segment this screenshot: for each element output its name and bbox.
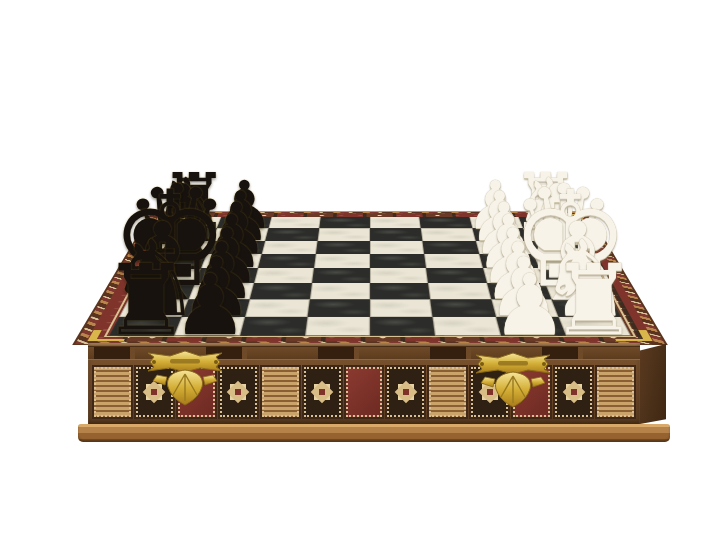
chess-set-photo: ♜♞♝♛♚♝♞♜♟♟♟♟♟♟♟♟♟♟♟♟♟♟♟♟♜♞♝♛♚♝♞♜: [0, 0, 720, 540]
pieces-layer: ♜♞♝♛♚♝♞♜♟♟♟♟♟♟♟♟♟♟♟♟♟♟♟♟♜♞♝♛♚♝♞♜: [0, 0, 720, 540]
black-pawn-h7[interactable]: ♟: [172, 263, 247, 347]
white-rook-h1[interactable]: ♜: [550, 251, 638, 349]
